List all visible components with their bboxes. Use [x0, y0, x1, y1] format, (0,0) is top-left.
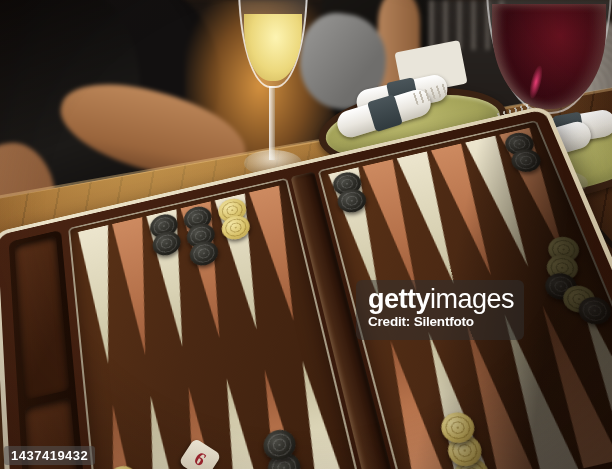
white-wine-glass-stem [269, 86, 275, 160]
points-row-left-far [76, 185, 312, 368]
wine-highlight [527, 64, 545, 99]
tray-well [14, 236, 69, 401]
image-id-watermark: 1437419432 [4, 446, 95, 465]
getty-logo: gettyimages [368, 286, 512, 312]
points-row-left-near [94, 356, 360, 469]
getty-watermark: gettyimages Credit: Silentfoto [356, 280, 524, 340]
white-wine [244, 14, 302, 81]
credit-text: Credit: Silentfoto [368, 314, 512, 329]
die-value: 6 [190, 447, 210, 469]
photo-stage: 6 gettyimages Credit: Silentfoto 1437419… [0, 0, 612, 469]
